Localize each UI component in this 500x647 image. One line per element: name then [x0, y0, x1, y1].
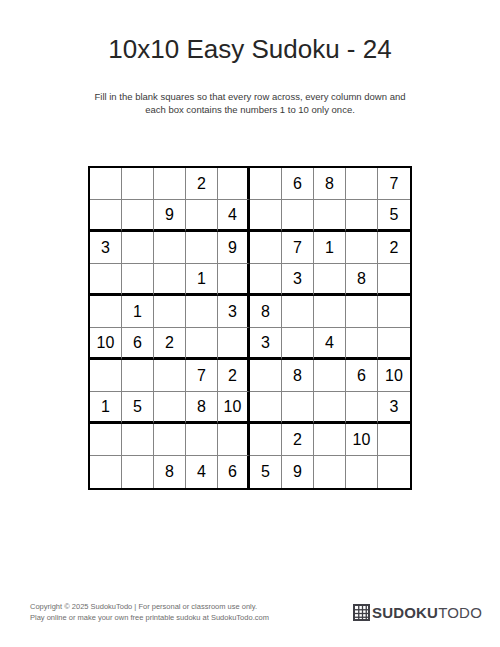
cell-r7c5: 2	[218, 360, 250, 392]
sudoku-board: 2687945397121381381062347286101581032108…	[88, 166, 412, 490]
cell-r10c10	[378, 456, 410, 488]
cell-r5c8	[314, 296, 346, 328]
cell-r10c2	[122, 456, 154, 488]
cell-r8c5: 10	[218, 392, 250, 424]
cell-r9c7: 2	[282, 424, 314, 456]
cell-r4c8	[314, 264, 346, 296]
cell-r7c8	[314, 360, 346, 392]
cell-r1c3	[154, 168, 186, 200]
cell-r6c7	[282, 328, 314, 360]
cell-r7c2	[122, 360, 154, 392]
cell-r7c4: 7	[186, 360, 218, 392]
cell-r6c8: 4	[314, 328, 346, 360]
footer-line-1: Copyright © 2025 SudokuTodo | For person…	[30, 601, 269, 612]
footer-copyright: Copyright © 2025 SudokuTodo | For person…	[30, 601, 269, 623]
cell-r7c9: 6	[346, 360, 378, 392]
cell-r4c3	[154, 264, 186, 296]
cell-r3c4	[186, 232, 218, 264]
cell-r6c10	[378, 328, 410, 360]
cell-r9c9: 10	[346, 424, 378, 456]
cell-r3c8: 1	[314, 232, 346, 264]
cell-r1c4: 2	[186, 168, 218, 200]
cell-r2c3: 9	[154, 200, 186, 232]
cell-r10c4: 4	[186, 456, 218, 488]
cell-r3c5: 9	[218, 232, 250, 264]
cell-r9c3	[154, 424, 186, 456]
cell-r3c2	[122, 232, 154, 264]
cell-r6c3: 2	[154, 328, 186, 360]
cell-r6c4	[186, 328, 218, 360]
cell-r7c7: 8	[282, 360, 314, 392]
cell-r9c10	[378, 424, 410, 456]
cell-r2c9	[346, 200, 378, 232]
cell-r6c5	[218, 328, 250, 360]
cell-r7c1	[90, 360, 122, 392]
footer-line-2: Play online or make your own free printa…	[30, 612, 269, 623]
cell-r5c9	[346, 296, 378, 328]
cell-r7c10: 10	[378, 360, 410, 392]
instructions-line-2: each box contains the numbers 1 to 10 on…	[0, 103, 500, 116]
cell-r6c6: 3	[250, 328, 282, 360]
cell-r10c7: 9	[282, 456, 314, 488]
cell-r1c5	[218, 168, 250, 200]
cell-r6c9	[346, 328, 378, 360]
cell-r8c10: 3	[378, 392, 410, 424]
instructions: Fill in the blank squares so that every …	[0, 90, 500, 116]
cell-r9c4	[186, 424, 218, 456]
cell-r9c5	[218, 424, 250, 456]
cell-r5c2: 1	[122, 296, 154, 328]
cell-r1c9	[346, 168, 378, 200]
cell-r8c6	[250, 392, 282, 424]
cell-r3c10: 2	[378, 232, 410, 264]
cell-r8c9	[346, 392, 378, 424]
cell-r10c1	[90, 456, 122, 488]
cell-r8c8	[314, 392, 346, 424]
cell-r2c10: 5	[378, 200, 410, 232]
cell-r1c8: 8	[314, 168, 346, 200]
cell-r1c2	[122, 168, 154, 200]
cell-r3c6	[250, 232, 282, 264]
cell-r10c6: 5	[250, 456, 282, 488]
cell-r4c10	[378, 264, 410, 296]
grid-icon	[353, 604, 370, 621]
cell-r1c7: 6	[282, 168, 314, 200]
cell-r2c5: 4	[218, 200, 250, 232]
cell-r5c5: 3	[218, 296, 250, 328]
cell-r8c7	[282, 392, 314, 424]
cell-r4c6	[250, 264, 282, 296]
page-title: 10x10 Easy Sudoku - 24	[0, 34, 500, 64]
cell-r3c3	[154, 232, 186, 264]
cell-r6c2: 6	[122, 328, 154, 360]
cell-r3c7: 7	[282, 232, 314, 264]
instructions-line-1: Fill in the blank squares so that every …	[0, 90, 500, 103]
cell-r3c1: 3	[90, 232, 122, 264]
cell-r7c6	[250, 360, 282, 392]
logo-text-todo: TODO	[438, 604, 482, 621]
cell-r10c9	[346, 456, 378, 488]
cell-r5c3	[154, 296, 186, 328]
cell-r8c2: 5	[122, 392, 154, 424]
printable-sudoku-page: 10x10 Easy Sudoku - 24 Fill in the blank…	[0, 0, 500, 647]
cell-r2c8	[314, 200, 346, 232]
cell-r5c7	[282, 296, 314, 328]
sudokutodo-logo: SUDOKUTODO	[353, 603, 482, 622]
logo-wordmark: SUDOKUTODO	[372, 604, 482, 621]
cell-r6c1: 10	[90, 328, 122, 360]
cell-r9c2	[122, 424, 154, 456]
cell-r8c1: 1	[90, 392, 122, 424]
cell-r9c1	[90, 424, 122, 456]
cell-r7c3	[154, 360, 186, 392]
cell-r10c3: 8	[154, 456, 186, 488]
cell-r4c4: 1	[186, 264, 218, 296]
cell-r9c8	[314, 424, 346, 456]
cell-r4c9: 8	[346, 264, 378, 296]
cell-r8c3	[154, 392, 186, 424]
cell-r4c5	[218, 264, 250, 296]
cell-r2c7	[282, 200, 314, 232]
cell-r2c6	[250, 200, 282, 232]
logo-text-sudoku: SUDOKU	[372, 604, 438, 621]
cell-r2c2	[122, 200, 154, 232]
cell-r4c2	[122, 264, 154, 296]
cell-r2c1	[90, 200, 122, 232]
cell-r10c5: 6	[218, 456, 250, 488]
cell-r4c1	[90, 264, 122, 296]
cell-r5c10	[378, 296, 410, 328]
cell-r1c10: 7	[378, 168, 410, 200]
cell-r1c6	[250, 168, 282, 200]
cell-r5c6: 8	[250, 296, 282, 328]
cell-r3c9	[346, 232, 378, 264]
cell-r8c4: 8	[186, 392, 218, 424]
cell-r5c4	[186, 296, 218, 328]
cell-r4c7: 3	[282, 264, 314, 296]
cell-r9c6	[250, 424, 282, 456]
cell-r10c8	[314, 456, 346, 488]
cell-r2c4	[186, 200, 218, 232]
cell-r5c1	[90, 296, 122, 328]
cell-r1c1	[90, 168, 122, 200]
